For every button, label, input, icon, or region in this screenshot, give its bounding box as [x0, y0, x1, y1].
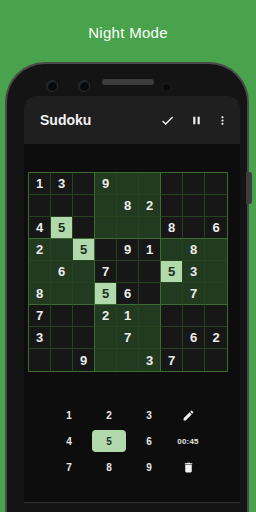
- overflow-menu-icon[interactable]: [216, 114, 229, 127]
- sudoku-cell-r4c6[interactable]: 1: [139, 239, 161, 261]
- sudoku-cell-r4c8[interactable]: 8: [183, 239, 205, 261]
- sudoku-cell-r4c2[interactable]: [51, 239, 73, 261]
- keypad-4-label: 4: [52, 430, 86, 452]
- sudoku-cell-r7c6[interactable]: [139, 305, 161, 327]
- sudoku-cell-r6c2[interactable]: [51, 283, 73, 305]
- sudoku-cell-r2c9[interactable]: [205, 195, 227, 217]
- sudoku-cell-r5c5[interactable]: [117, 261, 139, 283]
- sudoku-cell-r9c4[interactable]: [95, 349, 117, 371]
- sudoku-cell-r5c3[interactable]: [73, 261, 95, 283]
- keypad-5[interactable]: 5: [89, 428, 129, 454]
- sudoku-cell-r2c4[interactable]: [95, 195, 117, 217]
- sudoku-cell-r7c4[interactable]: 2: [95, 305, 117, 327]
- sudoku-cell-r7c9[interactable]: [205, 305, 227, 327]
- keypad-5-label: 5: [92, 430, 126, 452]
- sudoku-cell-r7c5[interactable]: 1: [117, 305, 139, 327]
- sudoku-cell-r7c3[interactable]: [73, 305, 95, 327]
- sudoku-cell-r1c3[interactable]: [73, 173, 95, 195]
- sudoku-cell-r3c4[interactable]: [95, 217, 117, 239]
- page-title: Night Mode: [0, 24, 256, 41]
- sudoku-cell-r8c8[interactable]: 6: [183, 327, 205, 349]
- sudoku-cell-r9c6[interactable]: 3: [139, 349, 161, 371]
- sudoku-cell-r7c7[interactable]: [161, 305, 183, 327]
- earpiece-speaker: [102, 79, 154, 85]
- app-bar: Sudoku: [24, 96, 240, 144]
- sudoku-cell-r6c5[interactable]: 6: [117, 283, 139, 305]
- sudoku-cell-r6c9[interactable]: [205, 283, 227, 305]
- sudoku-cell-r9c2[interactable]: [51, 349, 73, 371]
- keypad-1[interactable]: 1: [49, 402, 89, 428]
- sudoku-cell-r5c9[interactable]: [205, 261, 227, 283]
- sudoku-cell-r2c3[interactable]: [73, 195, 95, 217]
- sudoku-cell-r4c3[interactable]: 5: [73, 239, 95, 261]
- number-pad: 123456789: [49, 402, 169, 480]
- sudoku-cell-r3c6[interactable]: [139, 217, 161, 239]
- sudoku-cell-r2c8[interactable]: [183, 195, 205, 217]
- sudoku-cell-r5c7[interactable]: 5: [161, 261, 183, 283]
- front-camera-icon: [46, 80, 58, 92]
- sudoku-cell-r5c2[interactable]: 6: [51, 261, 73, 283]
- sudoku-cell-r7c1[interactable]: 7: [29, 305, 51, 327]
- timer-label: 00:45: [177, 437, 198, 446]
- keypad-7-label: 7: [52, 456, 86, 478]
- sudoku-cell-r8c4[interactable]: [95, 327, 117, 349]
- trash-icon: [182, 461, 195, 474]
- sudoku-cell-r4c1[interactable]: 2: [29, 239, 51, 261]
- sudoku-cell-r5c4[interactable]: 7: [95, 261, 117, 283]
- keypad-6-label: 6: [132, 430, 166, 452]
- sudoku-cell-r1c9[interactable]: [205, 173, 227, 195]
- sudoku-cell-r9c1[interactable]: [29, 349, 51, 371]
- keypad-8-label: 8: [92, 456, 126, 478]
- sudoku-cell-r1c7[interactable]: [161, 173, 183, 195]
- sudoku-cell-r1c2[interactable]: 3: [51, 173, 73, 195]
- sudoku-cell-r2c6[interactable]: 2: [139, 195, 161, 217]
- sudoku-cell-r4c7[interactable]: [161, 239, 183, 261]
- sudoku-cell-r7c8[interactable]: [183, 305, 205, 327]
- keypad-3-label: 3: [132, 404, 166, 426]
- sudoku-cell-r8c6[interactable]: [139, 327, 161, 349]
- sudoku-cell-r9c8[interactable]: [183, 349, 205, 371]
- phone-screen: Sudoku 13982458625918675385677213762937 …: [24, 96, 240, 503]
- sudoku-cell-r8c1[interactable]: 3: [29, 327, 51, 349]
- phone-frame: Sudoku 13982458625918675385677213762937 …: [5, 62, 249, 512]
- timer-slot: 00:45: [168, 428, 208, 454]
- sudoku-cell-r1c1[interactable]: 1: [29, 173, 51, 195]
- keypad-2-label: 2: [92, 404, 126, 426]
- sudoku-cell-r2c5[interactable]: 8: [117, 195, 139, 217]
- app-title: Sudoku: [40, 112, 91, 128]
- sudoku-cell-r1c5[interactable]: [117, 173, 139, 195]
- sudoku-cell-r8c2[interactable]: [51, 327, 73, 349]
- sudoku-cell-r1c4[interactable]: 9: [95, 173, 117, 195]
- sudoku-cell-r8c5[interactable]: 7: [117, 327, 139, 349]
- sudoku-cell-r8c3[interactable]: [73, 327, 95, 349]
- sudoku-cell-r3c9[interactable]: 6: [205, 217, 227, 239]
- sudoku-cell-r1c8[interactable]: [183, 173, 205, 195]
- sudoku-cell-r6c3[interactable]: [73, 283, 95, 305]
- sudoku-cell-r8c9[interactable]: 2: [205, 327, 227, 349]
- sensor-dot-icon: [162, 83, 171, 92]
- delete-button[interactable]: [168, 454, 208, 480]
- power-button: [246, 172, 252, 204]
- sudoku-cell-r3c8[interactable]: [183, 217, 205, 239]
- sudoku-cell-r3c1[interactable]: 4: [29, 217, 51, 239]
- keypad-7[interactable]: 7: [49, 454, 89, 480]
- pencil-button[interactable]: [168, 402, 208, 428]
- sudoku-board: 13982458625918675385677213762937: [28, 172, 228, 372]
- sudoku-cell-r6c6[interactable]: [139, 283, 161, 305]
- sudoku-cell-r5c8[interactable]: 3: [183, 261, 205, 283]
- sudoku-cell-r8c7[interactable]: [161, 327, 183, 349]
- sudoku-cell-r1c6[interactable]: [139, 173, 161, 195]
- pencil-icon: [182, 409, 195, 422]
- keypad-side-column: 00:45: [168, 402, 208, 480]
- sudoku-cell-r3c2[interactable]: 5: [51, 217, 73, 239]
- sudoku-cell-r9c9[interactable]: [205, 349, 227, 371]
- keypad-6[interactable]: 6: [129, 428, 169, 454]
- keypad-2[interactable]: 2: [89, 402, 129, 428]
- sudoku-cell-r2c2[interactable]: [51, 195, 73, 217]
- sudoku-cell-r2c1[interactable]: [29, 195, 51, 217]
- sudoku-cell-r4c5[interactable]: 9: [117, 239, 139, 261]
- sudoku-cell-r7c2[interactable]: [51, 305, 73, 327]
- sudoku-cell-r6c8[interactable]: 7: [183, 283, 205, 305]
- sudoku-cell-r3c5[interactable]: [117, 217, 139, 239]
- sudoku-cell-r3c7[interactable]: 8: [161, 217, 183, 239]
- keypad-8[interactable]: 8: [89, 454, 129, 480]
- sudoku-cell-r4c9[interactable]: [205, 239, 227, 261]
- check-icon[interactable]: [160, 113, 175, 128]
- sudoku-cell-r6c7[interactable]: [161, 283, 183, 305]
- sudoku-cell-r9c5[interactable]: [117, 349, 139, 371]
- sudoku-cell-r5c6[interactable]: [139, 261, 161, 283]
- keypad-3[interactable]: 3: [129, 402, 169, 428]
- sudoku-cell-r2c7[interactable]: [161, 195, 183, 217]
- keypad-1-label: 1: [52, 404, 86, 426]
- keypad-9-label: 9: [132, 456, 166, 478]
- sudoku-cell-r6c4[interactable]: 5: [95, 283, 117, 305]
- front-camera-2-icon: [78, 80, 90, 92]
- sudoku-cell-r9c3[interactable]: 9: [73, 349, 95, 371]
- sudoku-cell-r4c4[interactable]: [95, 239, 117, 261]
- sudoku-cell-r5c1[interactable]: [29, 261, 51, 283]
- app-bar-actions: [160, 113, 240, 128]
- sudoku-cell-r9c7[interactable]: 7: [161, 349, 183, 371]
- pause-icon[interactable]: [190, 114, 203, 127]
- sudoku-cell-r6c1[interactable]: 8: [29, 283, 51, 305]
- sudoku-cell-r3c3[interactable]: [73, 217, 95, 239]
- sudoku-grid: 13982458625918675385677213762937: [29, 173, 227, 371]
- keypad-9[interactable]: 9: [129, 454, 169, 480]
- keypad-4[interactable]: 4: [49, 428, 89, 454]
